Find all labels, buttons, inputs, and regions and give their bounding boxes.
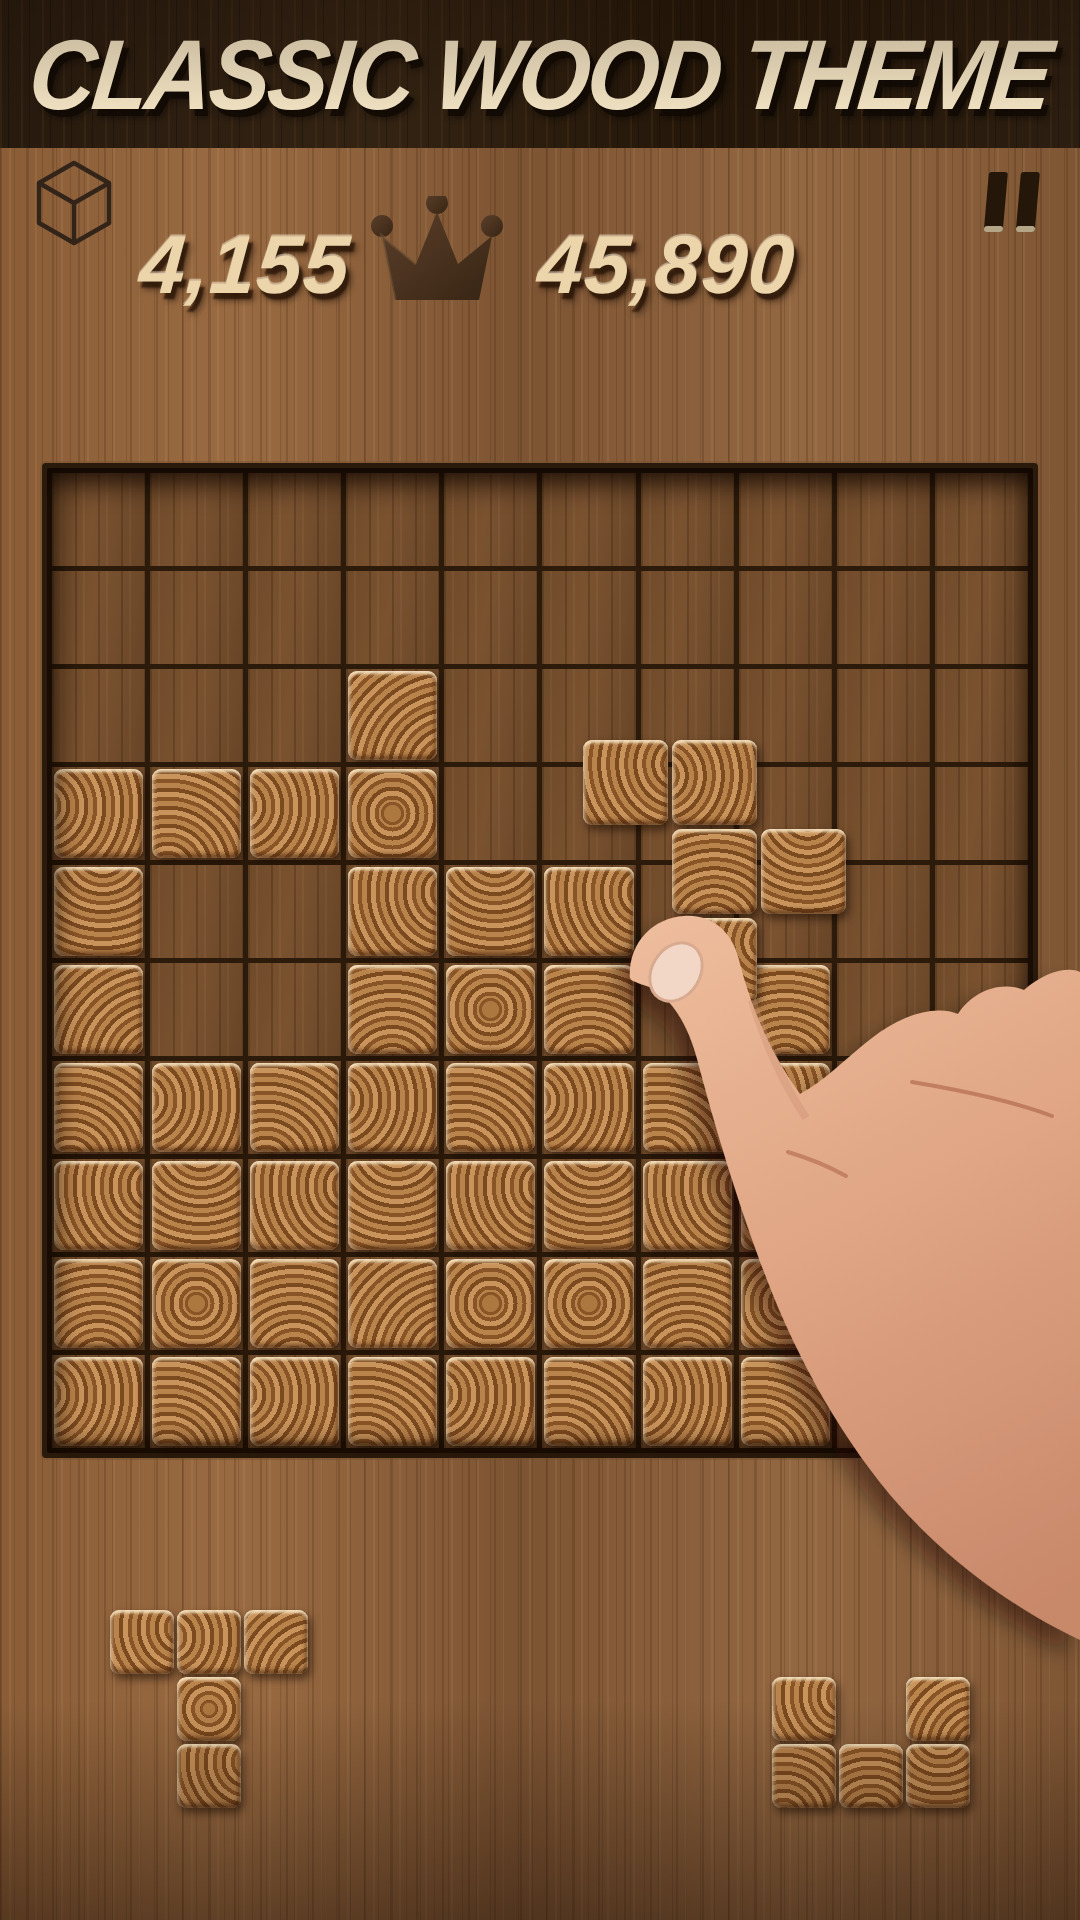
board-cell[interactable] [641,571,734,664]
tray-piece-block[interactable] [110,1610,174,1674]
board-cell[interactable] [444,1159,537,1252]
board-cell[interactable] [837,963,930,1056]
board-cell[interactable] [739,1159,832,1252]
board-block [446,965,535,1054]
tray-piece-block[interactable] [772,1677,836,1741]
board-block [152,1161,241,1250]
board-block [348,1161,437,1250]
board-cell[interactable] [150,767,243,860]
tray-piece-block[interactable] [177,1677,241,1741]
board-cell[interactable] [641,1257,734,1350]
board-block [544,965,633,1054]
board-block [250,1161,339,1250]
board-cell[interactable] [150,571,243,664]
board-block [250,1063,339,1152]
cube-icon [30,239,118,254]
board-cell[interactable] [739,1355,832,1448]
app-screen: { "title": "CLASSIC WOOD THEME", "game":… [0,0,1080,1920]
crown-icon [368,196,506,312]
board-cell[interactable] [444,1257,537,1350]
board-block [643,1357,732,1446]
board-cell[interactable] [52,1257,145,1350]
board-cell[interactable] [444,669,537,762]
board-cell[interactable] [837,669,930,762]
floating-piece-block [583,740,668,825]
board-cell[interactable] [248,1257,341,1350]
board-cell[interactable] [444,865,537,958]
board-block [54,1161,143,1250]
board-cell[interactable] [542,571,635,664]
score-current: 4,155 [115,218,354,312]
board-block [446,1063,535,1152]
board-block [54,1259,143,1348]
board-block [54,1357,143,1446]
floating-piece-block [672,740,757,825]
board-block [250,1259,339,1348]
board-block [348,1259,437,1348]
board-block [54,769,143,858]
board-block [741,1161,830,1250]
board-cell[interactable] [641,1355,734,1448]
board-cell[interactable] [837,865,930,958]
board-cell[interactable] [248,571,341,664]
board-cell[interactable] [542,1061,635,1154]
board-cell[interactable] [935,1061,1028,1154]
board-cell[interactable] [346,571,439,664]
pause-icon [968,232,1052,247]
tray-piece-block[interactable] [177,1610,241,1674]
board-cell[interactable] [150,669,243,762]
board-cell[interactable] [837,767,930,860]
tray-piece-block[interactable] [177,1744,241,1808]
board-cell[interactable] [935,473,1028,566]
board-cell[interactable] [935,767,1028,860]
board-cell[interactable] [542,473,635,566]
board-block [446,1161,535,1250]
board-cell[interactable] [935,963,1028,1056]
board-block [741,1063,830,1152]
board-cell[interactable] [837,571,930,664]
board-cell[interactable] [52,1061,145,1154]
board-block [643,1161,732,1250]
board-cell[interactable] [346,473,439,566]
board-cell[interactable] [346,865,439,958]
board-block [348,1357,437,1446]
board-cell[interactable] [150,1159,243,1252]
board-cell[interactable] [444,571,537,664]
board-cell[interactable] [542,963,635,1056]
board-block [348,1063,437,1152]
board-cell[interactable] [248,1159,341,1252]
board-cell[interactable] [935,1355,1028,1448]
board-cell[interactable] [542,1257,635,1350]
board-block [54,965,143,1054]
board-cell[interactable] [444,473,537,566]
board-cell[interactable] [346,963,439,1056]
score-best: 45,890 [535,218,798,312]
board-cell[interactable] [52,571,145,664]
board-cell[interactable] [150,1355,243,1448]
tray-piece-block[interactable] [906,1744,970,1808]
board-cell[interactable] [248,669,341,762]
board-cell[interactable] [739,473,832,566]
board-cell[interactable] [346,1257,439,1350]
block-preview-button[interactable] [30,155,118,251]
board-block [544,1357,633,1446]
board-cell[interactable] [346,1061,439,1154]
floating-piece-block [672,918,757,1003]
board-cell[interactable] [150,963,243,1056]
board-cell[interactable] [837,1159,930,1252]
board-block [348,769,437,858]
board-cell[interactable] [52,669,145,762]
board-cell[interactable] [739,1257,832,1350]
board-block [152,1259,241,1348]
board-block [741,1259,830,1348]
floating-piece-block [761,829,846,914]
board-block [54,867,143,956]
board-block [643,1259,732,1348]
board-block [446,1357,535,1446]
board-block [643,1063,732,1152]
board-block [250,1357,339,1446]
board-cell[interactable] [542,1159,635,1252]
board-cell[interactable] [542,1355,635,1448]
board-cell[interactable] [444,1061,537,1154]
title-banner: CLASSIC WOOD THEME [0,0,1080,148]
board-cell[interactable] [346,1355,439,1448]
tray-piece-block[interactable] [244,1610,308,1674]
board-cell[interactable] [641,1061,734,1154]
board-cell[interactable] [837,1061,930,1154]
game-board[interactable] [42,463,1038,1458]
board-block [544,867,633,956]
board-block [152,1063,241,1152]
board-cell[interactable] [248,1355,341,1448]
board-cell[interactable] [248,963,341,1056]
floating-piece-block [672,829,757,914]
board-block [544,1259,633,1348]
page-title: CLASSIC WOOD THEME [24,17,1055,130]
board-block [544,1161,633,1250]
pause-button[interactable] [968,160,1052,244]
board-cell[interactable] [248,865,341,958]
board-cell[interactable] [739,571,832,664]
board-block [54,1063,143,1152]
board-cell[interactable] [52,1159,145,1252]
board-cell[interactable] [248,767,341,860]
board-cell[interactable] [150,865,243,958]
board-cell[interactable] [837,1257,930,1350]
board-cell[interactable] [150,1257,243,1350]
tray-piece-block[interactable] [772,1744,836,1808]
board-cell[interactable] [837,473,930,566]
board-block [446,867,535,956]
board-cell[interactable] [444,963,537,1056]
board-cell[interactable] [739,1061,832,1154]
board-cell[interactable] [935,571,1028,664]
board-cell[interactable] [52,963,145,1056]
board-cell[interactable] [641,1159,734,1252]
board-cell[interactable] [641,473,734,566]
board-cell[interactable] [150,473,243,566]
tray-piece-block[interactable] [839,1744,903,1808]
board-cell[interactable] [346,1159,439,1252]
board-block [348,965,437,1054]
board-cell[interactable] [248,1061,341,1154]
board-cell[interactable] [935,669,1028,762]
board-cell[interactable] [935,865,1028,958]
board-cell[interactable] [444,1355,537,1448]
board-cell[interactable] [52,865,145,958]
board-block [741,1357,830,1446]
tray-piece-block[interactable] [906,1677,970,1741]
board-cell[interactable] [346,767,439,860]
board-block [348,671,437,760]
board-cell[interactable] [52,1355,145,1448]
board-cell[interactable] [444,767,537,860]
board-cell[interactable] [346,669,439,762]
board-cell[interactable] [248,473,341,566]
board-block [348,867,437,956]
board-cell[interactable] [935,1159,1028,1252]
board-cell[interactable] [150,1061,243,1154]
board-block [250,769,339,858]
board-block [152,1357,241,1446]
board-block [544,1063,633,1152]
board-block [152,769,241,858]
board-cell[interactable] [542,865,635,958]
board-cell[interactable] [52,473,145,566]
board-cell[interactable] [52,767,145,860]
board-cell[interactable] [837,1355,930,1448]
board-block [446,1259,535,1348]
board-cell[interactable] [935,1257,1028,1350]
